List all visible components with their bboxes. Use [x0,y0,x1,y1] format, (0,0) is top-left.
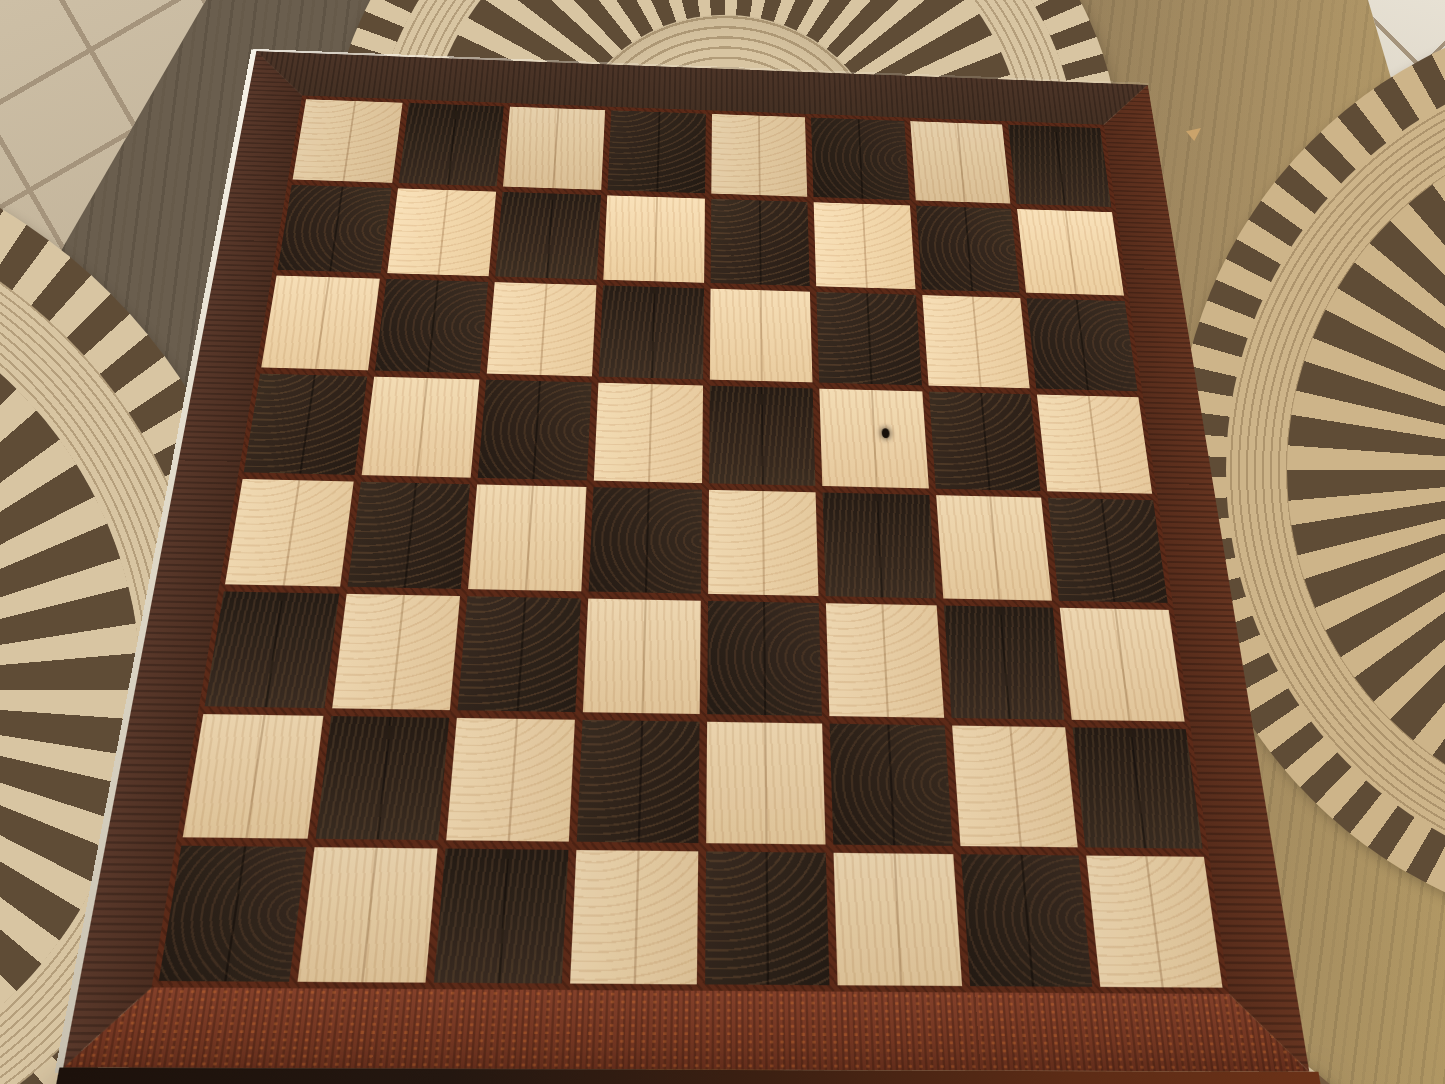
square-a8[interactable] [293,99,403,182]
square-h4[interactable] [1048,497,1167,603]
square-c2[interactable] [446,718,574,842]
square-e7[interactable] [710,199,810,287]
square-g2[interactable] [952,725,1078,847]
square-a4[interactable] [225,478,353,586]
square-a1[interactable] [159,846,306,982]
square-c5[interactable] [478,380,592,480]
square-b8[interactable] [398,103,504,186]
square-f6[interactable] [817,292,922,385]
board-frame-bottom [63,987,1309,1072]
square-c3[interactable] [458,596,581,711]
square-h3[interactable] [1060,608,1184,721]
square-g3[interactable] [944,606,1065,720]
square-a5[interactable] [244,373,367,474]
square-c4[interactable] [468,484,586,591]
square-e2[interactable] [706,721,826,844]
square-h2[interactable] [1073,727,1203,849]
square-b7[interactable] [387,188,497,276]
square-b4[interactable] [347,481,470,589]
square-g1[interactable] [961,855,1093,987]
square-d7[interactable] [603,195,704,283]
square-a7[interactable] [278,185,392,274]
square-e3[interactable] [707,601,822,716]
square-a2[interactable] [183,714,323,839]
board-grid [152,95,1230,994]
square-b6[interactable] [375,279,489,373]
square-d3[interactable] [583,599,701,714]
square-d1[interactable] [570,850,698,984]
chess-board [63,51,1309,1072]
square-g7[interactable] [916,205,1020,292]
square-a6[interactable] [261,276,379,370]
square-e1[interactable] [704,852,829,985]
square-d6[interactable] [599,286,704,380]
square-a3[interactable] [205,592,339,708]
square-f7[interactable] [814,202,916,289]
square-b5[interactable] [361,377,479,478]
square-d4[interactable] [588,487,701,594]
square-c8[interactable] [503,107,605,190]
square-b1[interactable] [297,848,438,983]
square-f5[interactable] [819,389,928,488]
square-h8[interactable] [1008,125,1111,207]
square-h1[interactable] [1087,856,1223,988]
photo-of-wooden-chessboard-on-table: { "game": "chess", "position": { "fen": … [0,0,1445,1084]
square-c1[interactable] [434,849,568,983]
square-h5[interactable] [1037,394,1152,493]
square-d5[interactable] [594,383,703,483]
square-h6[interactable] [1027,298,1138,391]
square-e6[interactable] [709,289,812,382]
square-f2[interactable] [830,723,953,846]
square-h7[interactable] [1017,209,1124,296]
square-c6[interactable] [487,282,596,376]
square-g8[interactable] [910,121,1011,203]
square-e4[interactable] [708,489,819,596]
square-f4[interactable] [823,492,936,598]
square-f3[interactable] [826,603,944,717]
square-c7[interactable] [495,192,600,280]
square-g6[interactable] [922,295,1030,388]
square-d8[interactable] [607,110,705,193]
square-f1[interactable] [834,853,962,986]
square-b2[interactable] [315,716,449,841]
wood-chip-on-table [1186,128,1201,141]
square-f8[interactable] [811,118,909,200]
square-d2[interactable] [577,720,699,844]
square-g5[interactable] [929,391,1041,490]
square-b3[interactable] [332,594,461,710]
square-e5[interactable] [709,386,816,486]
square-g4[interactable] [936,495,1052,601]
square-e8[interactable] [711,114,807,196]
